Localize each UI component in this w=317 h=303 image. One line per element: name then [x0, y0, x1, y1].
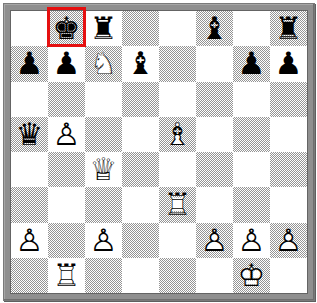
square-b4[interactable]: [48, 152, 85, 187]
square-h7[interactable]: ♟: [270, 46, 307, 81]
square-c5[interactable]: [85, 117, 122, 152]
square-b8-highlighted[interactable]: ♚: [48, 11, 85, 46]
square-g3[interactable]: [233, 187, 270, 222]
piece-black-P-h7[interactable]: ♟: [270, 46, 307, 81]
piece-glyph: ♟: [238, 46, 266, 81]
square-c8[interactable]: ♜: [85, 11, 122, 46]
square-g6[interactable]: [233, 82, 270, 117]
piece-outline-layer: ♖: [53, 258, 81, 293]
square-f8[interactable]: ♝: [196, 11, 233, 46]
piece-outline-layer: ♙: [238, 223, 266, 258]
square-h3[interactable]: [270, 187, 307, 222]
piece-outline-layer: ♕: [90, 152, 118, 187]
square-e7[interactable]: [159, 46, 196, 81]
board-frame: ♚♜♝♜♟♟♞♘♝♟♟♛♟♙♝♗♛♕♜♖♟♙♟♙♟♙♟♙♟♙♜♖♚♔: [3, 3, 315, 301]
piece-black-B-d7[interactable]: ♝: [122, 46, 159, 81]
square-e4[interactable]: [159, 152, 196, 187]
piece-white-Q-c4[interactable]: ♛♕: [85, 152, 122, 187]
square-a1[interactable]: [11, 258, 48, 293]
chess-board: ♚♜♝♜♟♟♞♘♝♟♟♛♟♙♝♗♛♕♜♖♟♙♟♙♟♙♟♙♟♙♜♖♚♔: [10, 10, 308, 294]
piece-glyph: ♝: [127, 46, 155, 81]
square-g5[interactable]: [233, 117, 270, 152]
square-b7[interactable]: ♟: [48, 46, 85, 81]
piece-white-B-e5[interactable]: ♝♗: [159, 117, 196, 152]
square-d8[interactable]: [122, 11, 159, 46]
square-c7[interactable]: ♞♘: [85, 46, 122, 81]
piece-white-P-b5[interactable]: ♟♙: [48, 117, 85, 152]
square-a7[interactable]: ♟: [11, 46, 48, 81]
piece-glyph: ♛: [16, 117, 44, 152]
square-c2[interactable]: ♟♙: [85, 223, 122, 258]
square-e5[interactable]: ♝♗: [159, 117, 196, 152]
square-c4[interactable]: ♛♕: [85, 152, 122, 187]
square-h4[interactable]: [270, 152, 307, 187]
piece-white-K-g1[interactable]: ♚♔: [233, 258, 270, 293]
piece-outline-layer: ♘: [90, 46, 118, 81]
square-b5[interactable]: ♟♙: [48, 117, 85, 152]
piece-outline-layer: ♙: [90, 223, 118, 258]
square-h1[interactable]: [270, 258, 307, 293]
square-e6[interactable]: [159, 82, 196, 117]
piece-outline-layer: ♙: [53, 117, 81, 152]
square-e1[interactable]: [159, 258, 196, 293]
square-a2[interactable]: ♟♙: [11, 223, 48, 258]
piece-glyph: ♚: [53, 11, 81, 46]
piece-black-B-f8[interactable]: ♝: [196, 11, 233, 46]
piece-white-P-g2[interactable]: ♟♙: [233, 223, 270, 258]
piece-white-N-c7[interactable]: ♞♘: [85, 46, 122, 81]
page-background: ♚♜♝♜♟♟♞♘♝♟♟♛♟♙♝♗♛♕♜♖♟♙♟♙♟♙♟♙♟♙♜♖♚♔: [0, 0, 311, 303]
square-g8[interactable]: [233, 11, 270, 46]
square-g7[interactable]: ♟: [233, 46, 270, 81]
square-a6[interactable]: [11, 82, 48, 117]
square-b3[interactable]: [48, 187, 85, 222]
square-d4[interactable]: [122, 152, 159, 187]
square-h2[interactable]: ♟♙: [270, 223, 307, 258]
square-b1[interactable]: ♜♖: [48, 258, 85, 293]
square-c1[interactable]: [85, 258, 122, 293]
piece-glyph: ♟: [16, 46, 44, 81]
piece-glyph: ♟: [53, 46, 81, 81]
square-c3[interactable]: [85, 187, 122, 222]
piece-white-P-c2[interactable]: ♟♙: [85, 223, 122, 258]
piece-black-K-b8[interactable]: ♚: [48, 11, 85, 46]
piece-glyph: ♜: [275, 11, 303, 46]
square-e2[interactable]: [159, 223, 196, 258]
square-h6[interactable]: [270, 82, 307, 117]
square-d6[interactable]: [122, 82, 159, 117]
square-f7[interactable]: [196, 46, 233, 81]
square-d2[interactable]: [122, 223, 159, 258]
piece-black-P-b7[interactable]: ♟: [48, 46, 85, 81]
piece-black-Q-a5[interactable]: ♛: [11, 117, 48, 152]
square-g2[interactable]: ♟♙: [233, 223, 270, 258]
square-e8[interactable]: [159, 11, 196, 46]
square-a8[interactable]: [11, 11, 48, 46]
square-d5[interactable]: [122, 117, 159, 152]
square-h5[interactable]: [270, 117, 307, 152]
square-f3[interactable]: [196, 187, 233, 222]
square-d7[interactable]: ♝: [122, 46, 159, 81]
square-b6[interactable]: [48, 82, 85, 117]
square-f6[interactable]: [196, 82, 233, 117]
square-b2[interactable]: [48, 223, 85, 258]
square-f1[interactable]: [196, 258, 233, 293]
piece-outline-layer: ♙: [275, 223, 303, 258]
piece-black-R-c8[interactable]: ♜: [85, 11, 122, 46]
piece-white-P-h2[interactable]: ♟♙: [270, 223, 307, 258]
piece-white-P-f2[interactable]: ♟♙: [196, 223, 233, 258]
piece-glyph: ♜: [90, 11, 118, 46]
square-e3[interactable]: ♜♖: [159, 187, 196, 222]
square-f2[interactable]: ♟♙: [196, 223, 233, 258]
square-d1[interactable]: [122, 258, 159, 293]
piece-outline-layer: ♗: [164, 117, 192, 152]
piece-white-R-b1[interactable]: ♜♖: [48, 258, 85, 293]
piece-white-P-a2[interactable]: ♟♙: [11, 223, 48, 258]
square-a3[interactable]: [11, 187, 48, 222]
square-f5[interactable]: [196, 117, 233, 152]
piece-glyph: ♝: [201, 11, 229, 46]
square-g4[interactable]: [233, 152, 270, 187]
piece-white-R-e3[interactable]: ♜♖: [159, 187, 196, 222]
piece-black-R-h8[interactable]: ♜: [270, 11, 307, 46]
square-h8[interactable]: ♜: [270, 11, 307, 46]
piece-outline-layer: ♙: [16, 223, 44, 258]
square-c6[interactable]: [85, 82, 122, 117]
square-g1[interactable]: ♚♔: [233, 258, 270, 293]
square-a5[interactable]: ♛: [11, 117, 48, 152]
square-d3[interactable]: [122, 187, 159, 222]
piece-glyph: ♟: [275, 46, 303, 81]
piece-outline-layer: ♖: [164, 187, 192, 222]
square-f4[interactable]: [196, 152, 233, 187]
piece-outline-layer: ♙: [201, 223, 229, 258]
piece-outline-layer: ♔: [238, 258, 266, 293]
square-a4[interactable]: [11, 152, 48, 187]
piece-black-P-g7[interactable]: ♟: [233, 46, 270, 81]
piece-black-P-a7[interactable]: ♟: [11, 46, 48, 81]
